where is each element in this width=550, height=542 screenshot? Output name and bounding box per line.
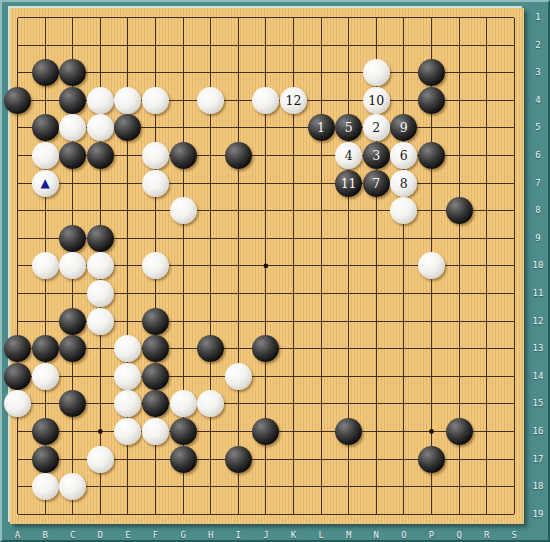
column-label-G: G	[176, 530, 190, 541]
board-grid	[10, 8, 524, 524]
column-label-O: O	[397, 530, 411, 541]
column-label-H: H	[204, 530, 218, 541]
row-label-19: 19	[528, 509, 548, 520]
column-label-M: M	[342, 530, 356, 541]
star-point	[264, 98, 269, 103]
star-point	[429, 429, 434, 434]
row-label-13: 13	[528, 343, 548, 354]
column-label-A: A	[11, 530, 25, 541]
column-label-J: J	[259, 530, 273, 541]
row-label-8: 8	[528, 205, 548, 216]
row-label-10: 10	[528, 260, 548, 271]
column-label-Q: Q	[452, 530, 466, 541]
row-label-2: 2	[528, 40, 548, 51]
star-point	[429, 264, 434, 269]
row-label-14: 14	[528, 371, 548, 382]
column-label-R: R	[480, 530, 494, 541]
star-point	[429, 98, 434, 103]
row-label-12: 12	[528, 316, 548, 327]
star-point	[98, 429, 103, 434]
column-label-L: L	[314, 530, 328, 541]
go-board-window: 12101529436▲1178 ABCDEFGHIJKLMNOPQRS 123…	[0, 0, 550, 542]
row-label-4: 4	[528, 95, 548, 106]
star-point	[264, 264, 269, 269]
star-point	[98, 98, 103, 103]
column-label-D: D	[93, 530, 107, 541]
column-label-B: B	[38, 530, 52, 541]
row-label-3: 3	[528, 67, 548, 78]
row-label-5: 5	[528, 122, 548, 133]
star-point	[98, 264, 103, 269]
row-label-16: 16	[528, 426, 548, 437]
column-label-S: S	[507, 530, 521, 541]
column-label-P: P	[425, 530, 439, 541]
row-label-9: 9	[528, 233, 548, 244]
column-label-C: C	[66, 530, 80, 541]
row-label-17: 17	[528, 454, 548, 465]
go-board[interactable]: 12101529436▲1178	[10, 8, 524, 524]
column-label-E: E	[121, 530, 135, 541]
column-label-N: N	[369, 530, 383, 541]
star-point	[264, 429, 269, 434]
row-label-6: 6	[528, 150, 548, 161]
row-label-1: 1	[528, 12, 548, 23]
column-label-F: F	[149, 530, 163, 541]
column-label-K: K	[287, 530, 301, 541]
row-label-11: 11	[528, 288, 548, 299]
row-label-18: 18	[528, 481, 548, 492]
row-label-7: 7	[528, 178, 548, 189]
column-label-I: I	[231, 530, 245, 541]
row-label-15: 15	[528, 398, 548, 409]
